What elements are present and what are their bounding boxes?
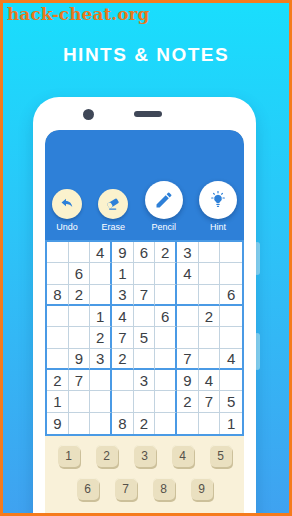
keypad-row: 12345: [58, 445, 232, 467]
key-8[interactable]: 8: [153, 478, 175, 500]
sudoku-cell-r9c5[interactable]: 2: [134, 413, 156, 434]
hint-label: Hint: [210, 222, 226, 232]
screenshot-frame: hack-cheat.org HINTS & NOTES Undo Erase: [0, 0, 292, 516]
sudoku-cell-r5c9[interactable]: [220, 327, 242, 348]
sudoku-cell-r2c7[interactable]: 4: [177, 263, 199, 284]
sudoku-cell-r4c2[interactable]: [69, 306, 91, 327]
sudoku-cell-r3c4[interactable]: 3: [112, 285, 134, 306]
sudoku-cell-r1c3[interactable]: 4: [90, 242, 112, 263]
sudoku-cell-r5c1[interactable]: [47, 327, 69, 348]
sudoku-cell-r2c6[interactable]: [155, 263, 177, 284]
key-7[interactable]: 7: [115, 478, 137, 500]
watermark: hack-cheat.org: [7, 4, 149, 24]
sudoku-cell-r1c7[interactable]: 3: [177, 242, 199, 263]
key-9[interactable]: 9: [191, 478, 213, 500]
sudoku-cell-r2c3[interactable]: [90, 263, 112, 284]
pencil-button[interactable]: Pencil: [145, 181, 183, 232]
sudoku-cell-r8c1[interactable]: 1: [47, 391, 69, 412]
sudoku-cell-r9c3[interactable]: [90, 413, 112, 434]
sudoku-cell-r6c2[interactable]: 9: [69, 349, 91, 370]
sudoku-cell-r5c6[interactable]: [155, 327, 177, 348]
sudoku-cell-r3c8[interactable]: [199, 285, 221, 306]
sudoku-cell-r8c2[interactable]: [69, 391, 91, 412]
sudoku-cell-r7c8[interactable]: 4: [199, 370, 221, 391]
erase-label: Erase: [102, 222, 126, 232]
sudoku-cell-r7c1[interactable]: 2: [47, 370, 69, 391]
undo-button[interactable]: Undo: [52, 189, 82, 232]
sudoku-cell-r4c1[interactable]: [47, 306, 69, 327]
sudoku-cell-r6c3[interactable]: 3: [90, 349, 112, 370]
pencil-icon: [145, 181, 183, 219]
sudoku-cell-r6c9[interactable]: 4: [220, 349, 242, 370]
sudoku-cell-r5c8[interactable]: [199, 327, 221, 348]
phone-mockup: Undo Erase Pencil: [33, 97, 256, 516]
key-5[interactable]: 5: [210, 445, 232, 467]
sudoku-cell-r6c7[interactable]: 7: [177, 349, 199, 370]
sudoku-cell-r8c6[interactable]: [155, 391, 177, 412]
sudoku-cell-r5c3[interactable]: 2: [90, 327, 112, 348]
sudoku-cell-r7c2[interactable]: 7: [69, 370, 91, 391]
sudoku-cell-r1c4[interactable]: 9: [112, 242, 134, 263]
sudoku-cell-r1c9[interactable]: [220, 242, 242, 263]
sudoku-cell-r4c9[interactable]: [220, 306, 242, 327]
sudoku-cell-r2c4[interactable]: 1: [112, 263, 134, 284]
sudoku-cell-r7c3[interactable]: [90, 370, 112, 391]
sudoku-cell-r3c7[interactable]: [177, 285, 199, 306]
sudoku-cell-r2c9[interactable]: [220, 263, 242, 284]
key-3[interactable]: 3: [134, 445, 156, 467]
sudoku-grid: 49623614823761462275932742739412759821: [45, 240, 244, 436]
sudoku-cell-r5c7[interactable]: [177, 327, 199, 348]
phone-screen: Undo Erase Pencil: [45, 130, 244, 516]
erase-button[interactable]: Erase: [98, 189, 128, 232]
sudoku-cell-r7c6[interactable]: [155, 370, 177, 391]
key-1[interactable]: 1: [58, 445, 80, 467]
speaker-bar: [134, 111, 162, 117]
sudoku-cell-r6c1[interactable]: [47, 349, 69, 370]
sudoku-cell-r4c7[interactable]: [177, 306, 199, 327]
undo-icon: [52, 189, 82, 219]
sudoku-cell-r8c3[interactable]: [90, 391, 112, 412]
sudoku-cell-r3c2[interactable]: 2: [69, 285, 91, 306]
key-2[interactable]: 2: [96, 445, 118, 467]
sudoku-cell-r4c4[interactable]: 4: [112, 306, 134, 327]
toolbar: Undo Erase Pencil: [45, 180, 244, 232]
sudoku-cell-r8c8[interactable]: 7: [199, 391, 221, 412]
sudoku-cell-r8c7[interactable]: 2: [177, 391, 199, 412]
sudoku-cell-r4c8[interactable]: 2: [199, 306, 221, 327]
pencil-label: Pencil: [151, 222, 176, 232]
sudoku-cell-r7c9[interactable]: [220, 370, 242, 391]
sudoku-cell-r7c4[interactable]: [112, 370, 134, 391]
sudoku-cell-r9c2[interactable]: [69, 413, 91, 434]
keypad-row: 6789: [77, 478, 213, 500]
key-6[interactable]: 6: [77, 478, 99, 500]
eraser-icon: [98, 189, 128, 219]
sudoku-cell-r3c5[interactable]: 7: [134, 285, 156, 306]
sudoku-cell-r9c6[interactable]: [155, 413, 177, 434]
sudoku-cell-r7c5[interactable]: 3: [134, 370, 156, 391]
sudoku-cell-r8c4[interactable]: [112, 391, 134, 412]
sudoku-cell-r5c5[interactable]: 5: [134, 327, 156, 348]
sudoku-cell-r6c5[interactable]: [134, 349, 156, 370]
sudoku-cell-r3c3[interactable]: [90, 285, 112, 306]
page-title: HINTS & NOTES: [3, 44, 289, 66]
sudoku-cell-r6c4[interactable]: 2: [112, 349, 134, 370]
sudoku-cell-r9c8[interactable]: [199, 413, 221, 434]
sudoku-cell-r4c6[interactable]: 6: [155, 306, 177, 327]
camera-dot: [83, 109, 94, 120]
sudoku-cell-r2c8[interactable]: [199, 263, 221, 284]
sudoku-cell-r9c7[interactable]: [177, 413, 199, 434]
key-4[interactable]: 4: [172, 445, 194, 467]
sudoku-cell-r2c2[interactable]: 6: [69, 263, 91, 284]
sudoku-cell-r1c1[interactable]: [47, 242, 69, 263]
sudoku-cell-r9c9[interactable]: 1: [220, 413, 242, 434]
sudoku-cell-r5c4[interactable]: 7: [112, 327, 134, 348]
sudoku-cell-r7c7[interactable]: 9: [177, 370, 199, 391]
sudoku-cell-r5c2[interactable]: [69, 327, 91, 348]
sudoku-cell-r1c5[interactable]: 6: [134, 242, 156, 263]
sudoku-cell-r6c8[interactable]: [199, 349, 221, 370]
sudoku-cell-r2c5[interactable]: [134, 263, 156, 284]
lightbulb-icon: [199, 181, 237, 219]
undo-label: Undo: [56, 222, 78, 232]
sudoku-cell-r9c1[interactable]: 9: [47, 413, 69, 434]
sudoku-cell-r3c1[interactable]: 8: [47, 285, 69, 306]
sudoku-cell-r8c9[interactable]: 5: [220, 391, 242, 412]
sudoku-cell-r1c6[interactable]: 2: [155, 242, 177, 263]
sudoku-cell-r1c8[interactable]: [199, 242, 221, 263]
sudoku-cell-r9c4[interactable]: 8: [112, 413, 134, 434]
sudoku-cell-r3c9[interactable]: 6: [220, 285, 242, 306]
hint-button[interactable]: Hint: [199, 181, 237, 232]
sudoku-cell-r2c1[interactable]: [47, 263, 69, 284]
number-keypad: 123456789: [45, 445, 244, 500]
sudoku-cell-r6c6[interactable]: [155, 349, 177, 370]
sudoku-cell-r1c2[interactable]: [69, 242, 91, 263]
sudoku-cell-r4c3[interactable]: 1: [90, 306, 112, 327]
sudoku-cell-r3c6[interactable]: [155, 285, 177, 306]
sudoku-cell-r8c5[interactable]: [134, 391, 156, 412]
sudoku-cell-r4c5[interactable]: [134, 306, 156, 327]
